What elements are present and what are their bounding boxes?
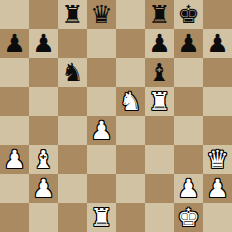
square-h6[interactable] (203, 58, 232, 87)
square-a3[interactable]: ♟ (0, 145, 29, 174)
piece-white-pawn[interactable]: ♟ (177, 174, 199, 203)
square-c2[interactable] (58, 174, 87, 203)
square-e4[interactable] (116, 116, 145, 145)
piece-black-rook[interactable]: ♜ (61, 0, 83, 29)
square-e3[interactable] (116, 145, 145, 174)
piece-white-rook[interactable]: ♜ (148, 87, 170, 116)
square-c7[interactable] (58, 29, 87, 58)
square-h5[interactable] (203, 87, 232, 116)
square-e1[interactable] (116, 203, 145, 232)
piece-black-queen[interactable]: ♛ (90, 0, 112, 29)
piece-white-king[interactable]: ♚ (177, 203, 199, 232)
piece-black-pawn[interactable]: ♟ (206, 29, 228, 58)
square-g7[interactable]: ♟ (174, 29, 203, 58)
square-d3[interactable] (87, 145, 116, 174)
square-g8[interactable]: ♚ (174, 0, 203, 29)
square-h1[interactable] (203, 203, 232, 232)
square-c4[interactable] (58, 116, 87, 145)
square-f1[interactable] (145, 203, 174, 232)
square-b2[interactable]: ♟ (29, 174, 58, 203)
piece-white-rook[interactable]: ♜ (90, 203, 112, 232)
piece-white-bishop[interactable]: ♝ (32, 145, 54, 174)
piece-black-rook[interactable]: ♜ (148, 0, 170, 29)
square-b3[interactable]: ♝ (29, 145, 58, 174)
square-h4[interactable] (203, 116, 232, 145)
square-e2[interactable] (116, 174, 145, 203)
square-e5[interactable]: ♞ (116, 87, 145, 116)
square-h2[interactable]: ♟ (203, 174, 232, 203)
square-h3[interactable]: ♛ (203, 145, 232, 174)
square-c8[interactable]: ♜ (58, 0, 87, 29)
square-e8[interactable] (116, 0, 145, 29)
square-a6[interactable] (0, 58, 29, 87)
square-d2[interactable] (87, 174, 116, 203)
piece-white-pawn[interactable]: ♟ (3, 145, 25, 174)
square-b1[interactable] (29, 203, 58, 232)
square-d5[interactable] (87, 87, 116, 116)
square-g2[interactable]: ♟ (174, 174, 203, 203)
piece-white-pawn[interactable]: ♟ (90, 116, 112, 145)
square-f7[interactable]: ♟ (145, 29, 174, 58)
square-d1[interactable]: ♜ (87, 203, 116, 232)
square-c1[interactable] (58, 203, 87, 232)
square-c5[interactable] (58, 87, 87, 116)
piece-black-king[interactable]: ♚ (177, 0, 199, 29)
square-e7[interactable] (116, 29, 145, 58)
square-f5[interactable]: ♜ (145, 87, 174, 116)
square-d6[interactable] (87, 58, 116, 87)
piece-black-pawn[interactable]: ♟ (148, 29, 170, 58)
square-c3[interactable] (58, 145, 87, 174)
square-f4[interactable] (145, 116, 174, 145)
square-d4[interactable]: ♟ (87, 116, 116, 145)
square-d7[interactable] (87, 29, 116, 58)
piece-white-pawn[interactable]: ♟ (32, 174, 54, 203)
square-b6[interactable] (29, 58, 58, 87)
piece-white-pawn[interactable]: ♟ (206, 174, 228, 203)
square-g6[interactable] (174, 58, 203, 87)
square-b4[interactable] (29, 116, 58, 145)
square-g1[interactable]: ♚ (174, 203, 203, 232)
piece-black-knight[interactable]: ♞ (61, 58, 83, 87)
square-a2[interactable] (0, 174, 29, 203)
chess-board: ♜♛♜♚♟♟♟♟♟♞♝♞♜♟♟♝♛♟♟♟♜♚ (0, 0, 232, 232)
square-f2[interactable] (145, 174, 174, 203)
square-h8[interactable] (203, 0, 232, 29)
square-b7[interactable]: ♟ (29, 29, 58, 58)
square-f8[interactable]: ♜ (145, 0, 174, 29)
square-g3[interactable] (174, 145, 203, 174)
square-d8[interactable]: ♛ (87, 0, 116, 29)
piece-black-pawn[interactable]: ♟ (3, 29, 25, 58)
square-g5[interactable] (174, 87, 203, 116)
square-b5[interactable] (29, 87, 58, 116)
square-a4[interactable] (0, 116, 29, 145)
square-g4[interactable] (174, 116, 203, 145)
square-f6[interactable]: ♝ (145, 58, 174, 87)
piece-black-bishop[interactable]: ♝ (148, 58, 170, 87)
square-b8[interactable] (29, 0, 58, 29)
piece-black-pawn[interactable]: ♟ (177, 29, 199, 58)
square-a7[interactable]: ♟ (0, 29, 29, 58)
piece-white-knight[interactable]: ♞ (119, 87, 141, 116)
square-h7[interactable]: ♟ (203, 29, 232, 58)
piece-white-queen[interactable]: ♛ (206, 145, 228, 174)
piece-black-pawn[interactable]: ♟ (32, 29, 54, 58)
square-c6[interactable]: ♞ (58, 58, 87, 87)
square-a1[interactable] (0, 203, 29, 232)
square-f3[interactable] (145, 145, 174, 174)
square-a5[interactable] (0, 87, 29, 116)
square-a8[interactable] (0, 0, 29, 29)
square-e6[interactable] (116, 58, 145, 87)
